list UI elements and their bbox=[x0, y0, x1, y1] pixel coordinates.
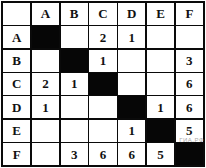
cell-A-E bbox=[147, 26, 174, 48]
row-header-A: A bbox=[3, 26, 30, 48]
cell-F-D: 6 bbox=[118, 143, 145, 165]
cell-B-D bbox=[118, 50, 145, 72]
cell-A-C: 2 bbox=[89, 26, 116, 48]
cell-F-A bbox=[32, 143, 59, 165]
cell-A-D: 1 bbox=[118, 26, 145, 48]
cell-C-B: 1 bbox=[61, 73, 88, 95]
cell-C-F: 6 bbox=[176, 73, 203, 95]
cell-E-D: 1 bbox=[118, 120, 145, 142]
col-header-B: B bbox=[61, 3, 88, 25]
cell-C-E bbox=[147, 73, 174, 95]
cell-B-E bbox=[147, 50, 174, 72]
cell-E-F: 5 bbox=[176, 120, 203, 142]
col-header-F: F bbox=[176, 3, 203, 25]
cell-C-C bbox=[89, 73, 116, 95]
row-header-E: E bbox=[3, 120, 30, 142]
cell-D-C bbox=[89, 96, 116, 118]
col-header-D: D bbox=[118, 3, 145, 25]
cell-C-A: 2 bbox=[32, 73, 59, 95]
col-header-E: E bbox=[147, 3, 174, 25]
cell-D-F: 6 bbox=[176, 96, 203, 118]
cell-D-B bbox=[61, 96, 88, 118]
row-header-D: D bbox=[3, 96, 30, 118]
col-header-A: A bbox=[32, 3, 59, 25]
row-header-B: B bbox=[3, 50, 30, 72]
cell-A-A bbox=[32, 26, 59, 48]
cell-D-D bbox=[118, 96, 145, 118]
cell-E-A bbox=[32, 120, 59, 142]
row-header-F: F bbox=[3, 143, 30, 165]
cell-F-C: 6 bbox=[89, 143, 116, 165]
cell-B-B bbox=[61, 50, 88, 72]
cell-B-C: 1 bbox=[89, 50, 116, 72]
cell-B-F: 3 bbox=[176, 50, 203, 72]
col-header-C: C bbox=[89, 3, 116, 25]
cell-D-E: 1 bbox=[147, 96, 174, 118]
corner-cell bbox=[3, 3, 30, 25]
cell-B-A bbox=[32, 50, 59, 72]
cell-E-B bbox=[61, 120, 88, 142]
row-header-C: C bbox=[3, 73, 30, 95]
cell-A-F bbox=[176, 26, 203, 48]
cell-A-B bbox=[61, 26, 88, 48]
distance-table-image: A B C D E F A 2 1 B 1 3 C 2 1 6 D 1 bbox=[0, 0, 206, 168]
cell-D-A: 1 bbox=[32, 96, 59, 118]
cell-C-D bbox=[118, 73, 145, 95]
cell-F-E: 5 bbox=[147, 143, 174, 165]
cell-E-E bbox=[147, 120, 174, 142]
cell-F-F bbox=[176, 143, 203, 165]
cell-E-C bbox=[89, 120, 116, 142]
distance-table-grid: A B C D E F A 2 1 B 1 3 C 2 1 6 D 1 bbox=[1, 1, 205, 167]
cell-F-B: 3 bbox=[61, 143, 88, 165]
